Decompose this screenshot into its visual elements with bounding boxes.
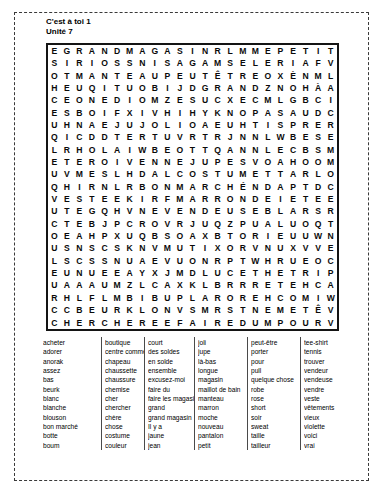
- grid-cell: H: [61, 317, 74, 329]
- grid-cell: C: [123, 218, 136, 230]
- grid-cell: B: [211, 280, 224, 292]
- word-list-item: peut-être: [251, 338, 300, 347]
- grid-cell: U: [123, 255, 136, 267]
- word-bank-column: peut-êtreporterpourpullquelque choserobe…: [247, 337, 300, 450]
- grid-cell: C: [274, 292, 287, 304]
- grid-cell: G: [199, 82, 212, 94]
- grid-cell: E: [299, 131, 312, 143]
- grid-cell: Q: [211, 218, 224, 230]
- grid-cell: V: [48, 193, 61, 205]
- grid-cell: X: [224, 94, 237, 106]
- grid-cell: E: [274, 267, 287, 279]
- grid-cell: R: [312, 317, 325, 329]
- grid-cell: O: [224, 243, 237, 255]
- grid-cell: N: [98, 70, 111, 82]
- grid-cell: E: [61, 193, 74, 205]
- grid-cell: E: [262, 193, 275, 205]
- grid-cell: A: [224, 82, 237, 94]
- grid-cell: T: [299, 45, 312, 57]
- word-list-item: jupe: [198, 347, 247, 356]
- grid-cell: U: [123, 230, 136, 242]
- word-list-item: manteau: [198, 394, 247, 403]
- grid-cell: U: [287, 218, 300, 230]
- grid-cell: U: [186, 70, 199, 82]
- grid-cell: E: [312, 193, 325, 205]
- grid-cell: U: [287, 255, 300, 267]
- grid-cell: J: [161, 267, 174, 279]
- grid-cell: Q: [312, 218, 325, 230]
- grid-cell: V: [174, 304, 187, 316]
- word-list-item: là-bas: [198, 357, 247, 366]
- grid-cell: E: [211, 119, 224, 131]
- grid-cell: O: [174, 230, 187, 242]
- grid-cell: I: [123, 144, 136, 156]
- grid-cell: I: [324, 94, 337, 106]
- word-list-item: tennis: [304, 347, 359, 356]
- word-list-item: violette: [304, 422, 359, 431]
- grid-cell: V: [324, 317, 337, 329]
- grid-cell: I: [312, 267, 325, 279]
- word-list-item: blanc: [43, 394, 101, 403]
- grid-cell: D: [236, 317, 249, 329]
- word-list-item: veste: [304, 394, 359, 403]
- grid-cell: S: [174, 45, 187, 57]
- grid-cell: S: [98, 168, 111, 180]
- grid-cell: R: [324, 119, 337, 131]
- grid-cell: D: [249, 82, 262, 94]
- grid-cell: I: [111, 156, 124, 168]
- word-list-item: porter: [251, 347, 300, 356]
- word-list-item: joli: [198, 338, 247, 347]
- grid-cell: U: [199, 218, 212, 230]
- grid-cell: H: [262, 255, 275, 267]
- word-list-item: vieux: [304, 413, 359, 422]
- grid-cell: R: [299, 168, 312, 180]
- grid-cell: T: [211, 168, 224, 180]
- grid-cell: U: [211, 267, 224, 279]
- grid-cell: U: [299, 107, 312, 119]
- grid-cell: L: [48, 255, 61, 267]
- grid-cell: P: [274, 317, 287, 329]
- grid-cell: O: [98, 57, 111, 69]
- grid-cell: S: [186, 304, 199, 316]
- grid-cell: Ê: [211, 70, 224, 82]
- grid-cell: L: [199, 267, 212, 279]
- word-bank-column: courtdes soldesen soldeensembleexcusez-m…: [144, 337, 194, 450]
- grid-cell: A: [61, 280, 74, 292]
- grid-cell: H: [61, 292, 74, 304]
- grid-cell: K: [123, 304, 136, 316]
- grid-cell: U: [48, 280, 61, 292]
- grid-cell: U: [98, 304, 111, 316]
- grid-cell: S: [111, 243, 124, 255]
- grid-cell: R: [211, 292, 224, 304]
- grid-cell: U: [249, 218, 262, 230]
- grid-cell: U: [48, 243, 61, 255]
- grid-cell: O: [287, 317, 300, 329]
- word-list-item: faire les magasins: [148, 394, 194, 403]
- word-list-item: marron: [198, 403, 247, 412]
- grid-cell: P: [324, 267, 337, 279]
- grid-cell: A: [136, 255, 149, 267]
- grid-cell: R: [61, 144, 74, 156]
- word-list-item: robe: [251, 385, 300, 394]
- grid-cell: I: [161, 82, 174, 94]
- grid-cell: C: [48, 304, 61, 316]
- grid-cell: F: [86, 292, 99, 304]
- grid-cell: H: [73, 144, 86, 156]
- grid-cell: E: [287, 193, 300, 205]
- grid-cell: V: [123, 156, 136, 168]
- grid-cell: T: [274, 168, 287, 180]
- grid-cell: C: [224, 267, 237, 279]
- grid-cell: O: [149, 119, 162, 131]
- grid-cell: E: [123, 131, 136, 143]
- grid-cell: M: [111, 280, 124, 292]
- grid-cell: T: [299, 181, 312, 193]
- grid-cell: T: [86, 193, 99, 205]
- grid-cell: M: [174, 181, 187, 193]
- grid-cell: V: [161, 206, 174, 218]
- grid-cell: B: [287, 131, 300, 143]
- grid-cell: P: [98, 230, 111, 242]
- grid-cell: O: [287, 82, 300, 94]
- grid-cell: D: [86, 131, 99, 143]
- grid-cell: N: [73, 243, 86, 255]
- grid-cell: I: [149, 57, 162, 69]
- grid-cell: V: [123, 206, 136, 218]
- grid-cell: B: [149, 82, 162, 94]
- grid-cell: O: [224, 193, 237, 205]
- grid-cell: T: [186, 243, 199, 255]
- grid-cell: T: [61, 218, 74, 230]
- grid-cell: N: [111, 255, 124, 267]
- grid-cell: A: [287, 206, 300, 218]
- grid-cell: R: [274, 57, 287, 69]
- grid-cell: N: [236, 144, 249, 156]
- grid-cell: W: [324, 292, 337, 304]
- grid-cell: M: [299, 292, 312, 304]
- grid-cell: T: [274, 280, 287, 292]
- grid-cell: H: [299, 82, 312, 94]
- grid-cell: J: [186, 156, 199, 168]
- grid-cell: H: [299, 280, 312, 292]
- grid-cell: V: [149, 107, 162, 119]
- grid-cell: I: [199, 243, 212, 255]
- grid-cell: I: [61, 57, 74, 69]
- grid-cell: R: [236, 292, 249, 304]
- grid-cell: N: [98, 181, 111, 193]
- word-list-item: pull: [251, 366, 300, 375]
- grid-cell: Z: [123, 280, 136, 292]
- grid-cell: I: [98, 82, 111, 94]
- grid-cell: D: [312, 107, 325, 119]
- grid-cell: P: [224, 255, 237, 267]
- grid-cell: H: [236, 119, 249, 131]
- grid-cell: O: [312, 255, 325, 267]
- grid-cell: C: [48, 94, 61, 106]
- grid-cell: N: [249, 144, 262, 156]
- grid-cell: E: [262, 280, 275, 292]
- grid-cell: N: [324, 230, 337, 242]
- grid-cell: I: [186, 45, 199, 57]
- grid-cell: E: [149, 206, 162, 218]
- grid-cell: E: [123, 70, 136, 82]
- grid-cell: E: [48, 156, 61, 168]
- grid-cell: C: [312, 280, 325, 292]
- word-list-item: chapeau: [105, 357, 144, 366]
- grid-cell: U: [249, 317, 262, 329]
- grid-cell: M: [174, 267, 187, 279]
- grid-cell: R: [73, 57, 86, 69]
- grid-cell: Z: [224, 218, 237, 230]
- grid-cell: X: [211, 243, 224, 255]
- grid-cell: A: [274, 156, 287, 168]
- grid-cell: U: [174, 243, 187, 255]
- grid-cell: M: [262, 94, 275, 106]
- grid-cell: T: [236, 255, 249, 267]
- grid-cell: O: [98, 156, 111, 168]
- grid-cell: S: [61, 243, 74, 255]
- grid-cell: O: [262, 70, 275, 82]
- word-list-item: blouson: [43, 413, 101, 422]
- grid-cell: T: [287, 267, 300, 279]
- grid-cell: E: [48, 45, 61, 57]
- grid-cell: V: [299, 243, 312, 255]
- word-list-item: ensemble: [148, 366, 194, 375]
- grid-cell: R: [123, 181, 136, 193]
- grid-cell: J: [136, 119, 149, 131]
- grid-cell: M: [123, 45, 136, 57]
- grid-cell: S: [161, 57, 174, 69]
- grid-cell: R: [136, 317, 149, 329]
- grid-cell: N: [299, 70, 312, 82]
- grid-cell: S: [312, 144, 325, 156]
- grid-cell: O: [149, 304, 162, 316]
- grid-cell: V: [249, 243, 262, 255]
- grid-cell: R: [274, 255, 287, 267]
- grid-cell: A: [174, 57, 187, 69]
- grid-cell: E: [48, 107, 61, 119]
- grid-cell: H: [161, 107, 174, 119]
- word-list-item: vendeuse: [304, 375, 359, 384]
- grid-cell: T: [149, 131, 162, 143]
- grid-cell: U: [287, 230, 300, 242]
- grid-cell: D: [199, 206, 212, 218]
- grid-cell: D: [111, 45, 124, 57]
- grid-cell: E: [73, 156, 86, 168]
- grid-cell: F: [111, 107, 124, 119]
- grid-cell: V: [149, 243, 162, 255]
- grid-cell: Y: [199, 107, 212, 119]
- grid-cell: T: [224, 70, 237, 82]
- grid-cell: D: [136, 168, 149, 180]
- word-list-item: chaussure: [105, 375, 144, 384]
- grid-cell: X: [111, 230, 124, 242]
- grid-cell: A: [262, 107, 275, 119]
- grid-cell: U: [98, 280, 111, 292]
- grid-cell: R: [236, 70, 249, 82]
- grid-cell: A: [123, 267, 136, 279]
- word-bank-column: acheteradoreranorakassezbasbeurkblancbla…: [43, 337, 101, 450]
- grid-cell: M: [312, 70, 325, 82]
- grid-cell: U: [123, 119, 136, 131]
- grid-cell: U: [174, 255, 187, 267]
- grid-cell: I: [86, 57, 99, 69]
- grid-cell: Q: [48, 181, 61, 193]
- word-list-item: bon marché: [43, 422, 101, 431]
- grid-cell: P: [274, 45, 287, 57]
- grid-cell: J: [111, 119, 124, 131]
- grid-cell: M: [236, 45, 249, 57]
- grid-cell: A: [111, 144, 124, 156]
- grid-cell: B: [299, 94, 312, 106]
- grid-cell: E: [287, 280, 300, 292]
- grid-cell: E: [249, 206, 262, 218]
- word-list-item: Il y a: [148, 422, 194, 431]
- grid-cell: L: [136, 280, 149, 292]
- grid-cell: M: [149, 94, 162, 106]
- grid-cell: N: [98, 45, 111, 57]
- word-list-item: chaussette: [105, 366, 144, 375]
- grid-cell: H: [287, 156, 300, 168]
- grid-cell: N: [199, 255, 212, 267]
- grid-cell: E: [174, 156, 187, 168]
- word-list-item: short: [251, 403, 300, 412]
- grid-cell: R: [299, 119, 312, 131]
- word-list-item: nouveau: [198, 422, 247, 431]
- grid-cell: L: [98, 292, 111, 304]
- grid-cell: E: [312, 119, 325, 131]
- word-list-item: tee-shirt: [304, 338, 359, 347]
- word-list-item: pour: [251, 357, 300, 366]
- grid-cell: I: [199, 317, 212, 329]
- grid-cell: O: [186, 255, 199, 267]
- word-list-item: faire du: [148, 385, 194, 394]
- grid-cell: E: [149, 255, 162, 267]
- grid-cell: I: [73, 181, 86, 193]
- grid-cell: E: [149, 317, 162, 329]
- grid-cell: A: [73, 280, 86, 292]
- grid-cell: O: [149, 181, 162, 193]
- grid-cell: E: [262, 304, 275, 316]
- grid-cell: S: [224, 57, 237, 69]
- word-list-item: court: [148, 338, 194, 347]
- grid-cell: E: [98, 267, 111, 279]
- grid-cell: R: [236, 280, 249, 292]
- grid-cell: T: [111, 70, 124, 82]
- grid-cell: R: [48, 292, 61, 304]
- grid-cell: E: [174, 94, 187, 106]
- grid-cell: V: [161, 255, 174, 267]
- grid-cell: T: [299, 304, 312, 316]
- grid-cell: O: [299, 156, 312, 168]
- word-list-item: adorer: [43, 347, 101, 356]
- grid-cell: V: [174, 131, 187, 143]
- grid-cell: E: [161, 144, 174, 156]
- grid-cell: X: [149, 267, 162, 279]
- grid-cell: O: [48, 70, 61, 82]
- grid-cell: U: [48, 206, 61, 218]
- grid-cell: E: [262, 57, 275, 69]
- grid-cell: B: [299, 144, 312, 156]
- grid-cell: N: [161, 304, 174, 316]
- grid-cell: R: [299, 206, 312, 218]
- word-list-item: grand: [148, 403, 194, 412]
- word-list-item: soir: [251, 413, 300, 422]
- grid-cell: E: [61, 94, 74, 106]
- grid-cell: A: [199, 292, 212, 304]
- grid-cell: F: [174, 317, 187, 329]
- grid-cell: P: [287, 181, 300, 193]
- grid-cell: C: [98, 243, 111, 255]
- word-list-item: vêtements: [304, 403, 359, 412]
- grid-cell: A: [262, 218, 275, 230]
- grid-cell: L: [224, 45, 237, 57]
- grid-cell: R: [324, 206, 337, 218]
- grid-cell: U: [61, 267, 74, 279]
- grid-cell: X: [287, 243, 300, 255]
- word-list-item: anorak: [43, 357, 101, 366]
- grid-cell: T: [199, 70, 212, 82]
- word-bank-column: jolijupelà-baslonguemagasinmaillot de ba…: [194, 337, 247, 450]
- word-list-item: cher: [105, 394, 144, 403]
- grid-cell: E: [287, 304, 300, 316]
- grid-cell: T: [111, 82, 124, 94]
- grid-cell: O: [136, 94, 149, 106]
- word-list-item: blanche: [43, 403, 101, 412]
- grid-cell: Q: [86, 82, 99, 94]
- grid-cell: L: [274, 218, 287, 230]
- grid-cell: L: [249, 57, 262, 69]
- grid-cell: S: [312, 206, 325, 218]
- grid-cell: N: [262, 243, 275, 255]
- grid-cell: F: [161, 193, 174, 205]
- grid-cell: T: [199, 131, 212, 143]
- grid-cell: I: [174, 119, 187, 131]
- grid-cell: E: [174, 206, 187, 218]
- grid-cell: O: [312, 156, 325, 168]
- grid-cell: O: [73, 94, 86, 106]
- word-list-item: vendre: [304, 385, 359, 394]
- grid-cell: L: [262, 131, 275, 143]
- grid-cell: T: [61, 156, 74, 168]
- grid-cell: D: [98, 131, 111, 143]
- grid-cell: L: [312, 168, 325, 180]
- grid-cell: A: [186, 317, 199, 329]
- grid-cell: A: [186, 193, 199, 205]
- grid-cell: K: [211, 107, 224, 119]
- grid-cell: I: [262, 119, 275, 131]
- grid-cell: À: [312, 82, 325, 94]
- grid-cell: M: [262, 317, 275, 329]
- grid-cell: A: [224, 144, 237, 156]
- grid-cell: D: [186, 267, 199, 279]
- grid-cell: T: [324, 45, 337, 57]
- grid-cell: R: [186, 131, 199, 143]
- word-list-item: botte: [43, 431, 101, 440]
- grid-cell: S: [199, 168, 212, 180]
- grid-cell: U: [199, 156, 212, 168]
- grid-cell: E: [48, 267, 61, 279]
- grid-cell: A: [86, 280, 99, 292]
- grid-cell: P: [111, 218, 124, 230]
- grid-cell: I: [312, 292, 325, 304]
- grid-cell: I: [98, 107, 111, 119]
- grid-cell: J: [98, 218, 111, 230]
- grid-cell: Z: [262, 82, 275, 94]
- grid-cell: A: [73, 230, 86, 242]
